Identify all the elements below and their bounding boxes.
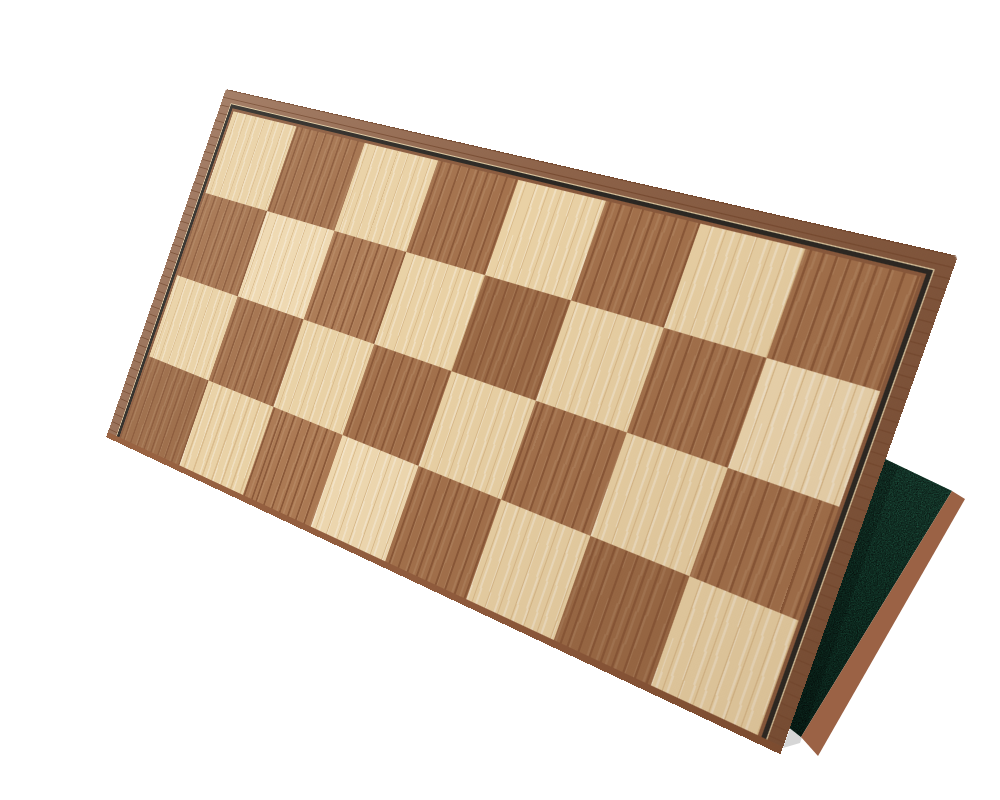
product-photo-stage [0, 0, 1000, 800]
